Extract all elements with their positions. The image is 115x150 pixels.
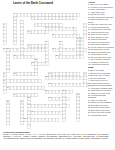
grid-cell[interactable]: [77, 13, 81, 17]
grid-cell[interactable]: [66, 97, 70, 101]
cell-number: 27: [84, 73, 86, 75]
cell-number: 10: [28, 31, 30, 33]
cell-number: 2: [14, 17, 15, 19]
cell-number: 1: [14, 13, 15, 15]
grid-cell[interactable]: [77, 118, 81, 122]
cell-number: 5: [3, 24, 4, 26]
cell-number: 29: [3, 80, 5, 82]
footer: Created using Crossword Maker CRUST, MAN…: [3, 131, 113, 149]
cell-number: 33: [63, 90, 65, 92]
cell-number: 19: [52, 48, 54, 50]
cell-number: 21: [56, 55, 58, 57]
cell-number: 34: [14, 94, 16, 96]
cell-number: 31: [7, 87, 9, 89]
grid-cell[interactable]: [80, 55, 84, 59]
cell-number: 40: [28, 104, 30, 106]
cell-number: 30: [49, 83, 51, 85]
grid-cell[interactable]: [56, 118, 60, 122]
cell-number: 25: [14, 73, 16, 75]
crossword-grid: 1234567891011121314151617181920212223242…: [3, 13, 91, 129]
clue-item: 39. Mountain that erupts: [88, 114, 114, 116]
cell-number: 32: [45, 90, 47, 92]
cell-number: 20: [14, 55, 16, 57]
cell-number: 28: [45, 76, 47, 78]
grid-cell[interactable]: [28, 125, 32, 129]
cell-number: 41: [31, 111, 33, 113]
cell-number: 3: [31, 17, 32, 19]
cell-number: 11: [52, 34, 53, 36]
cell-number: 39: [21, 101, 23, 103]
cell-number: 38: [7, 101, 9, 103]
cell-number: 12: [77, 38, 79, 40]
grid-cell[interactable]: [35, 73, 39, 77]
cell-number: 8: [45, 27, 46, 29]
grid-cell[interactable]: [3, 90, 7, 94]
cell-number: 6: [35, 24, 36, 26]
grid-cell[interactable]: [35, 94, 39, 98]
cell-number: 14: [45, 41, 47, 43]
cell-number: 37: [49, 97, 51, 99]
clue-item: 22. Process that builds mountains: [88, 95, 114, 99]
grid-cell[interactable]: [45, 31, 49, 35]
clues-panel: Across 1. Outer layer of the Earth3. Hot…: [88, 1, 114, 148]
grid-cell[interactable]: [38, 80, 42, 84]
grid-cell[interactable]: [3, 41, 7, 45]
worksheet-page: Layers of the Earth Crossword 1234567891…: [0, 0, 115, 150]
across-clues: 1. Outer layer of the Earth3. Hot molten…: [88, 4, 114, 66]
clue-item: 16. Sudden shaking of the ground: [88, 19, 114, 23]
cell-number: 17: [3, 48, 5, 50]
cell-number: 13: [80, 38, 82, 40]
grid-cell[interactable]: [7, 122, 11, 126]
cell-number: 42: [24, 118, 26, 120]
grid-cell[interactable]: [63, 118, 67, 122]
cell-number: 4: [21, 20, 22, 22]
clue-item: 42. Ancient supercontinent: [88, 64, 114, 66]
cell-number: 26: [49, 73, 51, 75]
grid-cell[interactable]: [66, 104, 70, 108]
cell-number: 35: [77, 94, 79, 96]
grid-cell[interactable]: [84, 34, 88, 38]
grid-cell[interactable]: [45, 62, 49, 66]
grid-cell[interactable]: [84, 48, 88, 52]
cell-number: 7: [84, 24, 85, 26]
cell-number: 16: [28, 45, 30, 47]
down-clues: 2. Study of the Earth4. Thickest layer o…: [88, 69, 114, 116]
cell-number: 36: [28, 97, 30, 99]
grid-cell[interactable]: [21, 122, 25, 126]
cell-number: 23: [31, 62, 33, 64]
grid-cell[interactable]: [14, 41, 18, 45]
grid-cell[interactable]: [73, 17, 77, 21]
grid-cell[interactable]: [7, 69, 11, 73]
grid-cell[interactable]: [70, 90, 74, 94]
cell-number: 22: [35, 59, 37, 61]
cell-number: 9: [73, 27, 74, 29]
word-bank: CRUST, MANTLE, CORE, MAGMA, LAVA, PLATE,…: [3, 134, 109, 140]
cell-number: 24: [3, 73, 5, 75]
cell-number: 15: [59, 41, 61, 43]
cell-number: 18: [7, 48, 9, 50]
